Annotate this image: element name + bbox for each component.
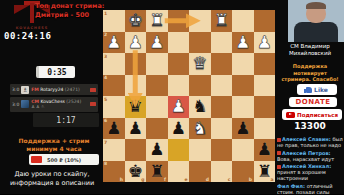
support-goal-text: Поддержка + стрим минимум 4 часа [8, 137, 100, 152]
support-thanks-text: Поддержка мотивирует стримера. Спасибо! [276, 63, 344, 83]
black-pawn-g6[interactable]: ♟ [128, 120, 143, 137]
square-d7[interactable] [189, 139, 211, 161]
player-name: Rotaryy24 [40, 87, 63, 92]
streamer-body [294, 22, 338, 42]
streamer-name: СМ Владимир Михайловский [276, 43, 344, 57]
square-b3[interactable] [232, 53, 254, 75]
rank-label: 7 [104, 140, 107, 145]
square-f6[interactable] [146, 118, 168, 140]
logo-text: KOVACHESS [6, 26, 58, 30]
square-e7[interactable] [168, 139, 190, 161]
subscriber-count: 13300 [276, 121, 344, 131]
black-pawn-f7[interactable]: ♟ [149, 141, 164, 158]
captured-pieces: ♙ ♙ ♘ [31, 104, 81, 110]
top-donation-label: Топ донат стрима: [35, 2, 185, 11]
white-rook-c1[interactable]: ♜ [214, 12, 229, 29]
square-a7[interactable]: ♟ [254, 139, 276, 161]
lessons-info-text: Даю уроки по скайпу, информация в описан… [4, 170, 100, 187]
flag-icon [90, 88, 96, 92]
player-rating: (2524) [66, 99, 81, 104]
chat-message: Алексей Славин: был не прав, только не н… [277, 136, 343, 148]
square-b5[interactable] [232, 96, 254, 118]
square-f2[interactable]: ♟ [146, 32, 168, 54]
file-label: h [120, 177, 123, 182]
square-c4[interactable] [211, 75, 233, 97]
square-f7[interactable]: ♟ [146, 139, 168, 161]
square-b6[interactable]: ♟ [232, 118, 254, 140]
black-clock: 1:17 [33, 113, 99, 127]
square-h8[interactable]: 8h [103, 161, 125, 183]
player-bar-bottom: 3:0 CM KovaChess (2524) ♙ ♙ ♘ [10, 97, 98, 112]
black-pawn-e6[interactable]: ♟ [171, 120, 186, 137]
white-pawn-h2[interactable]: ♟ [106, 34, 121, 51]
square-b7[interactable] [232, 139, 254, 161]
white-queen-d3[interactable]: ♛ [192, 55, 207, 72]
black-pawn-b6[interactable]: ♟ [235, 120, 250, 137]
webcam-feed [288, 0, 344, 42]
time-control: 3:0 [12, 87, 19, 92]
square-f5[interactable] [146, 96, 168, 118]
square-g4[interactable] [125, 75, 147, 97]
square-g6[interactable]: ♟ [125, 118, 147, 140]
square-a8[interactable]: a♜ [254, 161, 276, 183]
square-g3[interactable] [125, 53, 147, 75]
thumbs-up-icon [306, 87, 312, 93]
square-f3[interactable] [146, 53, 168, 75]
chat-message: Фил Фил: отличный стрим, позади силы [277, 183, 343, 195]
square-a2[interactable]: ♟ [254, 32, 276, 54]
black-knight-d5[interactable]: ♞ [192, 98, 207, 115]
donation-progress-bar: 500 ₽ (10%) [29, 154, 99, 165]
white-pawn-g2[interactable]: ♟ [128, 34, 143, 51]
square-h2[interactable]: 2♟ [103, 32, 125, 54]
square-g7[interactable] [125, 139, 147, 161]
square-c8[interactable]: c [211, 161, 233, 183]
white-pawn-a2[interactable]: ♟ [257, 34, 272, 51]
white-pawn-e5[interactable]: ♟ [171, 98, 186, 115]
square-e8[interactable]: e [168, 161, 190, 183]
square-h5[interactable]: 5 [103, 96, 125, 118]
like-button[interactable]: Like [297, 84, 337, 95]
square-d1[interactable] [189, 10, 211, 32]
square-d2[interactable] [189, 32, 211, 54]
stream-screen: KOVACHESS Топ донат стрима: Дмитрий - 50… [0, 0, 344, 194]
file-label: f [164, 177, 166, 182]
chat-panel[interactable]: Алексей Славин: был не прав, только не н… [277, 136, 343, 194]
square-d3[interactable]: ♛ [189, 53, 211, 75]
square-h4[interactable]: 4 [103, 75, 125, 97]
flag-icon [90, 102, 96, 106]
chat-message: Алексей Хинкал: принят в хорошем настрое… [277, 163, 343, 181]
square-g2[interactable]: ♟ [125, 32, 147, 54]
stream-timer: 00:24:16 [4, 31, 51, 41]
file-label: g [141, 177, 144, 182]
square-g8[interactable]: g♚ [125, 161, 147, 183]
square-d4[interactable] [189, 75, 211, 97]
square-a5[interactable] [254, 96, 276, 118]
donate-button[interactable]: DONATE [289, 97, 337, 107]
square-b1[interactable] [232, 10, 254, 32]
top-donation-banner: Топ донат стрима: Дмитрий - 500 [35, 2, 185, 19]
square-e2[interactable] [168, 32, 190, 54]
square-b4[interactable] [232, 75, 254, 97]
chat-text: принят в хорошем настроении [277, 169, 326, 181]
square-h6[interactable]: 6♟ [103, 118, 125, 140]
square-d8[interactable]: d [189, 161, 211, 183]
white-clock: 0:35 [36, 66, 75, 78]
progress-label: 500 ₽ (10%) [29, 157, 99, 163]
player-bar-top: 3:0 ♗ FM Rotaryy24 (2471) [10, 84, 98, 95]
square-a6[interactable] [254, 118, 276, 140]
black-pawn-a7[interactable]: ♟ [257, 141, 272, 158]
file-label: b [249, 177, 252, 182]
time-control: 3:0 [12, 102, 19, 107]
rank-label: 8 [104, 161, 107, 166]
square-c5[interactable] [211, 96, 233, 118]
black-rook-f8[interactable]: ♜ [149, 163, 164, 180]
file-label: c [228, 177, 231, 182]
chess-board[interactable]: 1♚♜♜2♟♟♟♟♟3♛45♛♟♞6♟♟♟♞♟7♟♟8hg♚f♜edcba♜ [103, 10, 275, 182]
square-c1[interactable]: ♜ [211, 10, 233, 32]
rank-label: 4 [104, 75, 107, 80]
square-d6[interactable]: ♞ [189, 118, 211, 140]
square-e3[interactable] [168, 53, 190, 75]
file-label: e [184, 177, 187, 182]
square-b2[interactable]: ♟ [232, 32, 254, 54]
file-label: d [206, 177, 209, 182]
rank-label: 3 [104, 54, 107, 59]
subscribe-button[interactable]: Подписаться [282, 109, 342, 120]
player-title: CM [31, 99, 39, 104]
player-rating: (2471) [65, 87, 80, 92]
square-e5[interactable]: ♟ [168, 96, 190, 118]
square-a3[interactable] [254, 53, 276, 75]
square-h7[interactable]: 7 [103, 139, 125, 161]
avatar: ♗ [21, 86, 29, 94]
youtube-icon [286, 112, 295, 118]
square-a1[interactable] [254, 10, 276, 32]
square-c6[interactable] [211, 118, 233, 140]
file-label: a [270, 177, 273, 182]
rank-label: 6 [104, 118, 107, 123]
black-pawn-h6[interactable]: ♟ [106, 120, 121, 137]
square-h3[interactable]: 3 [103, 53, 125, 75]
rank-label: 5 [104, 97, 107, 102]
square-g5[interactable]: ♛ [125, 96, 147, 118]
square-a4[interactable] [254, 75, 276, 97]
white-knight-d6[interactable]: ♞ [192, 120, 207, 137]
streamer-hair [306, 2, 326, 9]
square-b8[interactable]: b [232, 161, 254, 183]
square-d5[interactable]: ♞ [189, 96, 211, 118]
square-e6[interactable]: ♟ [168, 118, 190, 140]
player-name: KovaChess [40, 99, 64, 104]
square-c3[interactable] [211, 53, 233, 75]
rank-label: 2 [104, 32, 107, 37]
square-e4[interactable] [168, 75, 190, 97]
chat-text: Вова, нарасхват идут [277, 156, 334, 162]
square-f8[interactable]: f♜ [146, 161, 168, 183]
square-c2[interactable] [211, 32, 233, 54]
top-donation-value: Дмитрий - 500 [35, 11, 185, 20]
player-title: FM [31, 87, 39, 92]
white-pawn-b2[interactable]: ♟ [235, 34, 250, 51]
square-f4[interactable] [146, 75, 168, 97]
white-pawn-f2[interactable]: ♟ [149, 34, 164, 51]
black-queen-g5[interactable]: ♛ [128, 98, 143, 115]
chat-message: Алексей Петров: Вова, нарасхват идут [277, 150, 343, 162]
avatar [21, 100, 29, 108]
square-c7[interactable] [211, 139, 233, 161]
